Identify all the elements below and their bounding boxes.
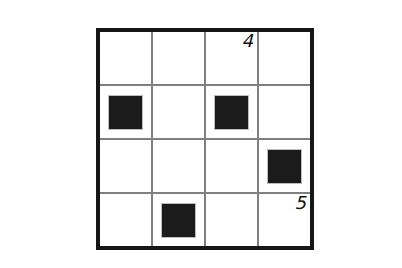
cell-r1c0[interactable] bbox=[100, 86, 151, 138]
cell-r2c0[interactable] bbox=[100, 140, 151, 192]
cell-r3c1[interactable] bbox=[153, 194, 204, 246]
cell-r3c0[interactable] bbox=[100, 194, 151, 246]
cell-r0c3[interactable] bbox=[259, 32, 310, 84]
cell-r2c2[interactable] bbox=[206, 140, 257, 192]
clue-number: 4 bbox=[242, 32, 253, 51]
cell-r2c3[interactable] bbox=[259, 140, 310, 192]
cell-r3c3[interactable]: 5 bbox=[259, 194, 310, 246]
cell-r0c1[interactable] bbox=[153, 32, 204, 84]
puzzle-screenshot: 45 bbox=[0, 0, 402, 268]
cell-r0c0[interactable] bbox=[100, 32, 151, 84]
cell-r1c1[interactable] bbox=[153, 86, 204, 138]
cell-r3c2[interactable] bbox=[206, 194, 257, 246]
cell-r0c2[interactable]: 4 bbox=[206, 32, 257, 84]
cell-r2c1[interactable] bbox=[153, 140, 204, 192]
black-square bbox=[109, 96, 142, 129]
black-square bbox=[162, 204, 195, 237]
cell-r1c3[interactable] bbox=[259, 86, 310, 138]
black-square bbox=[215, 96, 248, 129]
black-square bbox=[268, 150, 301, 183]
cell-r1c2[interactable] bbox=[206, 86, 257, 138]
puzzle-board: 45 bbox=[96, 28, 314, 250]
clue-number: 5 bbox=[295, 194, 306, 213]
